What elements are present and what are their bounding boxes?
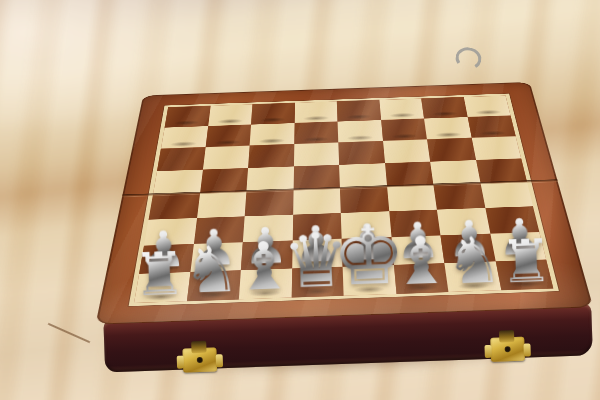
piece-gold-pawn-a7: ♟: [158, 96, 206, 149]
brass-latch-right: [490, 337, 525, 362]
square-b6: [203, 146, 250, 170]
square-c5: [246, 166, 293, 191]
square-e1: ♚: [343, 265, 396, 296]
square-f7: ♟: [381, 118, 427, 141]
square-b1: ♞: [186, 270, 240, 301]
square-e6: [338, 141, 384, 165]
piece-gold-pawn-d7: ♟: [291, 92, 339, 145]
latch-wing-icon: [177, 356, 184, 369]
square-f5: [385, 161, 434, 186]
piece-gold-pawn-b7: ♟: [203, 95, 251, 148]
square-h6: [471, 136, 521, 160]
square-e5: [339, 163, 387, 188]
square-h1: ♜: [495, 259, 553, 290]
square-d5: [293, 165, 340, 190]
chess-set-photo: { "game": "chess", "scene": { "descripti…: [0, 0, 600, 400]
square-g1: ♞: [444, 261, 501, 292]
square-h5: [476, 158, 527, 183]
latch-wing-icon: [484, 345, 491, 358]
square-b4: [197, 191, 247, 217]
piece-silver-bishop-f1: ♝: [391, 227, 452, 295]
square-g6: [427, 138, 476, 162]
square-g7: ♟: [424, 117, 471, 140]
piece-gold-pawn-e7: ♟: [336, 90, 384, 143]
square-h4: [480, 182, 533, 208]
square-c6: [248, 144, 294, 168]
square-h7: ♟: [467, 115, 515, 137]
square-b5: [200, 168, 248, 193]
square-g4: [433, 183, 484, 209]
piece-silver-knight-b1: ♞: [182, 237, 241, 303]
square-b7: ♟: [205, 124, 251, 147]
square-g5: [430, 160, 480, 185]
square-a4: [149, 193, 200, 219]
square-a7: ♟: [161, 126, 208, 149]
square-c4: [245, 190, 293, 216]
square-c7: ♟: [250, 123, 295, 146]
latch-wing-icon: [523, 343, 530, 356]
brass-latch-left: [182, 347, 217, 372]
latch-wing-icon: [216, 354, 223, 367]
piece-silver-rook-a1: ♜: [132, 244, 187, 305]
square-e7: ♟: [338, 120, 383, 143]
chess-board-assembly: ♜♞♝♛♚♝♞♜♟♟♟♟♟♟♟♟♟♟♟♟♟♟♟♟♜♞♝♛♚♝♞♜: [85, 9, 595, 372]
square-a1: ♜: [134, 272, 190, 303]
square-d7: ♟: [294, 121, 338, 144]
square-a5: [153, 169, 203, 194]
piece-gold-pawn-g7: ♟: [424, 87, 472, 140]
piece-gold-pawn-c7: ♟: [247, 93, 295, 146]
piece-gold-pawn-f7: ♟: [380, 89, 428, 142]
piece-silver-rook-h1: ♜: [499, 231, 554, 292]
piece-gold-pawn-h7: ♟: [469, 86, 517, 139]
chess-board: ♜♞♝♛♚♝♞♜♟♟♟♟♟♟♟♟♟♟♟♟♟♟♟♟♜♞♝♛♚♝♞♜: [96, 82, 594, 325]
square-f1: ♝: [394, 263, 449, 294]
square-a6: [157, 147, 205, 171]
square-f6: [383, 139, 430, 163]
piece-silver-knight-g1: ♞: [444, 228, 503, 294]
square-d6: [294, 142, 340, 166]
playing-field-grid: ♜♞♝♛♚♝♞♜♟♟♟♟♟♟♟♟♟♟♟♟♟♟♟♟♜♞♝♛♚♝♞♜: [129, 94, 559, 307]
